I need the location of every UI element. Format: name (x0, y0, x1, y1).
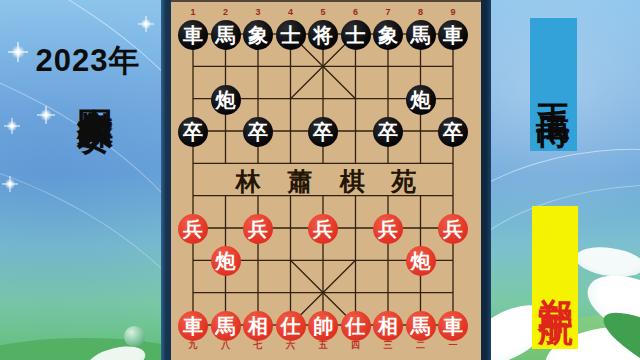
piece-black-卒-f5r4[interactable]: 卒 (308, 117, 338, 147)
piece-red-炮-f8r8[interactable]: 炮 (406, 246, 436, 276)
piece-black-卒-f3r4[interactable]: 卒 (243, 117, 273, 147)
piece-red-兵-f5r7[interactable]: 兵 (308, 214, 338, 244)
xiangqi-app-window: 林蕭棋苑 123456789九八七六五四三二一車馬象士将士象馬車炮炮卒卒卒卒卒兵… (161, 0, 491, 360)
file-label-top-3: 3 (255, 7, 260, 17)
river-watermark-char: 苑 (392, 165, 417, 198)
piece-red-相-f7r10[interactable]: 相 (373, 311, 403, 341)
piece-red-兵-f1r7[interactable]: 兵 (178, 214, 208, 244)
piece-black-将-f5r1[interactable]: 将 (308, 20, 338, 50)
piece-black-士-f4r1[interactable]: 士 (276, 20, 306, 50)
file-label-top-8: 8 (418, 7, 423, 17)
piece-black-車-f1r1[interactable]: 車 (178, 20, 208, 50)
piece-black-象-f3r1[interactable]: 象 (243, 20, 273, 50)
piece-red-兵-f7r7[interactable]: 兵 (373, 214, 403, 244)
sparkle-icon (37, 106, 55, 124)
piece-red-帥-f5r10[interactable]: 帥 (308, 311, 338, 341)
piece-red-炮-f2r8[interactable]: 炮 (211, 246, 241, 276)
piece-black-卒-f1r4[interactable]: 卒 (178, 117, 208, 147)
piece-red-仕-f6r10[interactable]: 仕 (341, 311, 371, 341)
piece-red-車-f9r10[interactable]: 車 (438, 311, 468, 341)
piece-black-炮-f8r3[interactable]: 炮 (406, 85, 436, 115)
piece-black-炮-f2r3[interactable]: 炮 (211, 85, 241, 115)
piece-red-馬-f2r10[interactable]: 馬 (211, 311, 241, 341)
player-name-black-top: 王禹博 (530, 18, 577, 151)
xiangqi-board: 林蕭棋苑 123456789九八七六五四三二一車馬象士将士象馬車炮炮卒卒卒卒卒兵… (171, 0, 481, 360)
file-label-top-1: 1 (190, 7, 195, 17)
piece-red-兵-f9r7[interactable]: 兵 (438, 214, 468, 244)
piece-red-兵-f3r7[interactable]: 兵 (243, 214, 273, 244)
player-name-red-bottom: 郑宇航 (532, 206, 578, 349)
event-title: 全国象棋个人赛 (77, 80, 113, 352)
piece-red-相-f3r10[interactable]: 相 (243, 311, 273, 341)
file-label-top-5: 5 (320, 7, 325, 17)
file-label-top-9: 9 (450, 7, 455, 17)
file-label-top-6: 6 (353, 7, 358, 17)
sparkle-icon (2, 176, 18, 192)
piece-black-車-f9r1[interactable]: 車 (438, 20, 468, 50)
river-watermark-char: 棋 (340, 165, 365, 198)
river-watermark-char: 林 (236, 165, 261, 198)
piece-black-士-f6r1[interactable]: 士 (341, 20, 371, 50)
piece-black-卒-f7r4[interactable]: 卒 (373, 117, 403, 147)
sparkle-icon (138, 16, 154, 32)
piece-black-卒-f9r4[interactable]: 卒 (438, 117, 468, 147)
river-watermark-char: 蕭 (288, 165, 313, 198)
file-label-top-2: 2 (223, 7, 228, 17)
file-label-top-4: 4 (288, 7, 293, 17)
scene: 2023年 全国象棋个人赛 王禹博 郑宇航 林蕭棋苑 123456789九八七六… (0, 0, 640, 360)
piece-black-馬-f8r1[interactable]: 馬 (406, 20, 436, 50)
piece-black-象-f7r1[interactable]: 象 (373, 20, 403, 50)
river-watermark: 林蕭棋苑 (171, 166, 481, 196)
piece-red-仕-f4r10[interactable]: 仕 (276, 311, 306, 341)
piece-red-車-f1r10[interactable]: 車 (178, 311, 208, 341)
file-label-top-7: 7 (385, 7, 390, 17)
piece-red-馬-f8r10[interactable]: 馬 (406, 311, 436, 341)
sparkle-icon (4, 118, 20, 134)
green-sphere (124, 326, 145, 347)
piece-black-馬-f2r1[interactable]: 馬 (211, 20, 241, 50)
event-year: 2023年 (16, 40, 160, 82)
